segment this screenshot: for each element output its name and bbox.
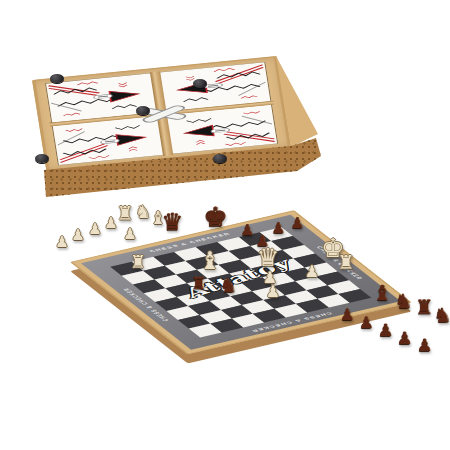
dark-knight[interactable]: ♞: [433, 305, 450, 325]
black-puck[interactable]: [136, 106, 150, 115]
dark-pawn[interactable]: ♟: [240, 223, 253, 238]
dark-pawn[interactable]: ♟: [396, 330, 411, 347]
dark-bishop[interactable]: ♝: [373, 283, 392, 304]
dark-pawn[interactable]: ♟: [377, 322, 392, 339]
white-pawn[interactable]: ♟: [123, 227, 136, 242]
white-pawn[interactable]: ♟: [55, 235, 68, 250]
white-knight[interactable]: ♞: [135, 203, 151, 221]
white-pawn[interactable]: ♟: [71, 228, 84, 243]
white-pawn[interactable]: ♟: [104, 216, 117, 231]
white-pawn[interactable]: ♟: [88, 222, 101, 237]
dark-pawn[interactable]: ♟: [290, 216, 303, 231]
black-puck[interactable]: [50, 74, 64, 83]
product-photo-scene: CHESS & CHECKER CHESS & CHECKER CHESS & …: [0, 0, 450, 450]
black-puck[interactable]: [193, 79, 207, 88]
white-pawn[interactable]: ♟: [305, 264, 319, 280]
black-puck[interactable]: [213, 154, 227, 163]
white-rook[interactable]: ♜: [116, 204, 133, 223]
sling-puck-board: [32, 56, 291, 171]
dark-knight[interactable]: ♞: [394, 291, 412, 311]
white-rook[interactable]: ♜: [337, 253, 354, 272]
black-puck[interactable]: [35, 154, 49, 163]
white-pawn[interactable]: ♟: [266, 284, 280, 300]
dark-pawn[interactable]: ♟: [416, 337, 431, 354]
white-queen[interactable]: ♛: [257, 245, 279, 270]
dark-knight[interactable]: ♞: [219, 276, 236, 295]
white-bishop[interactable]: ♝: [199, 249, 221, 273]
dark-king[interactable]: ♚: [203, 203, 227, 230]
dark-pawn[interactable]: ♟: [359, 315, 373, 331]
dark-rook[interactable]: ♜: [415, 297, 433, 317]
dark-queen[interactable]: ♛: [161, 210, 183, 234]
dark-rook[interactable]: ♜: [190, 275, 205, 292]
dark-pawn[interactable]: ♟: [271, 221, 284, 236]
dark-pawn[interactable]: ♟: [340, 307, 354, 323]
white-rook[interactable]: ♜: [130, 253, 146, 271]
